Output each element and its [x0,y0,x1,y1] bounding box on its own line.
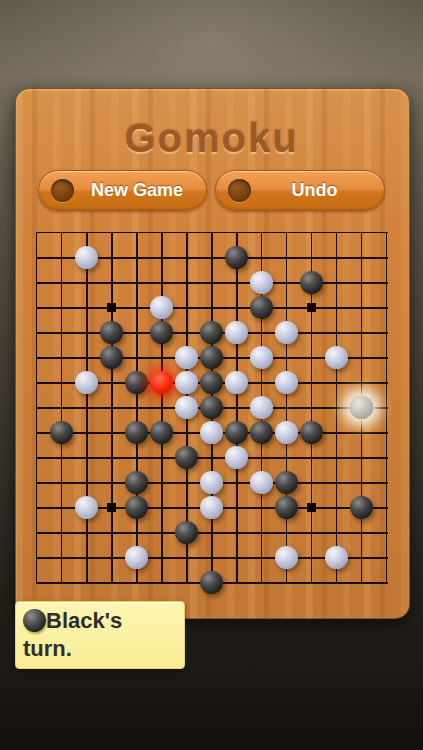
stone-black [100,346,123,369]
button-inset-dot-icon [51,179,74,202]
star-point-marker [307,303,316,312]
stone-white [225,371,248,394]
stone-black [175,446,198,469]
stone-black [200,396,223,419]
stone-white [250,471,273,494]
stone-black [125,471,148,494]
stone-white [175,396,198,419]
stone-white [200,471,223,494]
new-game-button-label: New Game [74,180,206,201]
stone-white [175,346,198,369]
stone-white [150,296,173,319]
stone-white [75,371,98,394]
stone-black [200,371,223,394]
stone-black [125,421,148,444]
page-title: Gomoku [0,116,423,161]
stone-black [50,421,73,444]
stone-white [125,546,148,569]
stone-white [225,446,248,469]
stone-white [200,496,223,519]
stone-white [275,321,298,344]
stone-white [275,371,298,394]
stone-black [200,321,223,344]
stone-white [75,496,98,519]
stone-white-glow [350,396,373,419]
new-game-button[interactable]: New Game [38,170,207,211]
stone-white [325,346,348,369]
stone-white [225,321,248,344]
stone-red-highlight [150,371,173,394]
stone-black [275,496,298,519]
stone-black [125,371,148,394]
stone-black [250,421,273,444]
stone-black [275,471,298,494]
board[interactable] [24,220,399,595]
stone-white [275,421,298,444]
stone-black [225,246,248,269]
stone-white [250,346,273,369]
stone-black [225,421,248,444]
stone-black [150,421,173,444]
stone-black [100,321,123,344]
button-inset-dot-icon [228,179,251,202]
stone-white [250,396,273,419]
stone-white [325,546,348,569]
stone-black [175,521,198,544]
stone-black [200,346,223,369]
stone-black [300,421,323,444]
app-background: Gomoku New Game Undo Black's turn. [0,0,423,750]
undo-button[interactable]: Undo [215,170,385,211]
black-stone-icon [23,609,46,632]
status-note: Black's turn. [15,601,185,669]
star-point-marker [107,303,116,312]
stone-white [200,421,223,444]
stone-black [125,496,148,519]
stone-black [150,321,173,344]
stone-black [250,296,273,319]
stone-white [250,271,273,294]
stone-black [350,496,373,519]
star-point-marker [107,503,116,512]
stone-white [75,246,98,269]
stone-black [300,271,323,294]
star-point-marker [307,503,316,512]
stone-white [175,371,198,394]
stone-white [275,546,298,569]
undo-button-label: Undo [251,180,384,201]
stone-black [200,571,223,594]
